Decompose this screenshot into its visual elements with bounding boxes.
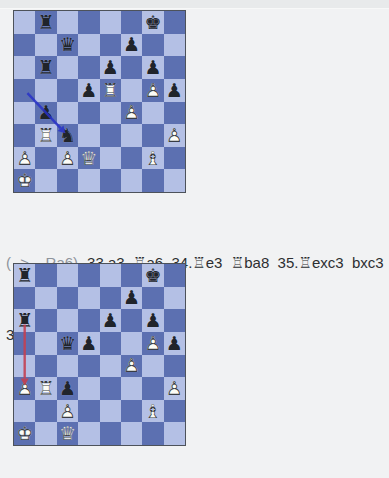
square-h2[interactable] bbox=[164, 400, 185, 423]
chess-board-1[interactable]: ♜♚♛♟♜♟♟♟♜♖♟♙♟♟♟♙♜♖♞♟♙♟♙♟♙♛♕♝♗♚♔ bbox=[13, 10, 186, 193]
square-c3[interactable]: ♟ bbox=[57, 377, 78, 400]
piece-white-pawn-f4[interactable]: ♟♙ bbox=[121, 355, 142, 378]
square-g2[interactable]: ♝♗ bbox=[142, 400, 163, 423]
square-c7[interactable]: ♛ bbox=[57, 34, 78, 57]
square-c2[interactable]: ♟♙ bbox=[57, 147, 78, 170]
piece-black-queen-c5[interactable]: ♛ bbox=[57, 332, 78, 355]
square-c6[interactable] bbox=[57, 56, 78, 79]
square-f8[interactable] bbox=[121, 11, 142, 34]
square-h2[interactable] bbox=[164, 147, 185, 170]
square-b1[interactable] bbox=[35, 169, 56, 192]
square-h1[interactable] bbox=[164, 422, 185, 445]
square-f3[interactable] bbox=[121, 124, 142, 147]
piece-white-pawn-h3[interactable]: ♟♙ bbox=[164, 377, 185, 400]
square-d1[interactable] bbox=[78, 422, 99, 445]
piece-black-pawn-h5[interactable]: ♟ bbox=[164, 332, 185, 355]
piece-white-queen-c1[interactable]: ♛♕ bbox=[57, 422, 78, 445]
square-b3[interactable]: ♜♖ bbox=[35, 124, 56, 147]
square-h7[interactable] bbox=[164, 34, 185, 57]
piece-white-pawn-a3[interactable]: ♟♙ bbox=[14, 377, 35, 400]
square-e3[interactable] bbox=[100, 124, 121, 147]
square-c6[interactable] bbox=[57, 309, 78, 332]
square-c1[interactable]: ♛♕ bbox=[57, 422, 78, 445]
square-b4[interactable]: ♟ bbox=[35, 102, 56, 125]
piece-white-bishop-g2[interactable]: ♝♗ bbox=[142, 147, 163, 170]
piece-black-pawn-f7[interactable]: ♟ bbox=[121, 287, 142, 310]
square-d4[interactable] bbox=[78, 102, 99, 125]
square-f4[interactable]: ♟♙ bbox=[121, 355, 142, 378]
square-e7[interactable] bbox=[100, 287, 121, 310]
square-h8[interactable] bbox=[164, 264, 185, 287]
chess-board-2[interactable]: ♜♚♟♜♟♟♛♟♟♙♟♟♙♟♙♜♖♟♟♙♟♙♝♗♚♔♛♕ bbox=[13, 263, 186, 446]
square-g6[interactable]: ♟ bbox=[142, 56, 163, 79]
piece-white-pawn-g5[interactable]: ♟♙ bbox=[142, 332, 163, 355]
square-g1[interactable] bbox=[142, 169, 163, 192]
piece-black-rook-b8[interactable]: ♜ bbox=[35, 11, 56, 34]
square-d5[interactable]: ♟ bbox=[78, 79, 99, 102]
square-d8[interactable] bbox=[78, 11, 99, 34]
square-f3[interactable] bbox=[121, 377, 142, 400]
square-h6[interactable] bbox=[164, 56, 185, 79]
piece-white-pawn-h3[interactable]: ♟♙ bbox=[164, 124, 185, 147]
square-d3[interactable] bbox=[78, 377, 99, 400]
piece-black-pawn-d5[interactable]: ♟ bbox=[78, 332, 99, 355]
square-h5[interactable]: ♟ bbox=[164, 79, 185, 102]
diagram-1-grid: ♜♚♛♟♜♟♟♟♜♖♟♙♟♟♟♙♜♖♞♟♙♟♙♟♙♛♕♝♗♚♔ bbox=[14, 11, 185, 192]
square-g8[interactable]: ♚ bbox=[142, 11, 163, 34]
square-h4[interactable] bbox=[164, 102, 185, 125]
square-e1[interactable] bbox=[100, 422, 121, 445]
square-f5[interactable] bbox=[121, 79, 142, 102]
square-a4[interactable] bbox=[14, 355, 35, 378]
piece-white-bishop-g2[interactable]: ♝♗ bbox=[142, 400, 163, 423]
diagram-2-grid: ♜♚♟♜♟♟♛♟♟♙♟♟♙♟♙♜♖♟♟♙♟♙♝♗♚♔♛♕ bbox=[14, 264, 185, 445]
notation-block-bottom: 37.♔a2 ♕c4 38.♔a1 bbox=[6, 456, 384, 478]
square-g3[interactable] bbox=[142, 377, 163, 400]
square-a1[interactable]: ♚♔ bbox=[14, 422, 35, 445]
square-c4[interactable] bbox=[57, 102, 78, 125]
square-h3[interactable]: ♟♙ bbox=[164, 124, 185, 147]
square-g3[interactable] bbox=[142, 124, 163, 147]
square-g4[interactable] bbox=[142, 355, 163, 378]
square-c7[interactable] bbox=[57, 287, 78, 310]
piece-black-knight-c3[interactable]: ♞ bbox=[57, 124, 78, 147]
square-b6[interactable] bbox=[35, 309, 56, 332]
piece-black-pawn-e6[interactable]: ♟ bbox=[100, 56, 121, 79]
square-c4[interactable] bbox=[57, 355, 78, 378]
square-d7[interactable] bbox=[78, 287, 99, 310]
square-e2[interactable] bbox=[100, 147, 121, 170]
square-a3[interactable]: ♟♙ bbox=[14, 377, 35, 400]
piece-white-rook-b3[interactable]: ♜♖ bbox=[35, 377, 56, 400]
square-b5[interactable] bbox=[35, 79, 56, 102]
square-a2[interactable] bbox=[14, 400, 35, 423]
square-b2[interactable] bbox=[35, 400, 56, 423]
square-e6[interactable]: ♟ bbox=[100, 56, 121, 79]
square-g8[interactable]: ♚ bbox=[142, 264, 163, 287]
square-d1[interactable] bbox=[78, 169, 99, 192]
square-b4[interactable] bbox=[35, 355, 56, 378]
square-d2[interactable]: ♛♕ bbox=[78, 147, 99, 170]
square-c1[interactable] bbox=[57, 169, 78, 192]
square-b2[interactable] bbox=[35, 147, 56, 170]
square-f7[interactable]: ♟ bbox=[121, 287, 142, 310]
square-a4[interactable] bbox=[14, 102, 35, 125]
piece-black-queen-c7[interactable]: ♛ bbox=[57, 34, 78, 57]
piece-white-pawn-c2[interactable]: ♟♙ bbox=[57, 400, 78, 423]
square-h1[interactable] bbox=[164, 169, 185, 192]
square-d8[interactable] bbox=[78, 264, 99, 287]
square-g5[interactable]: ♟♙ bbox=[142, 332, 163, 355]
top-separator bbox=[0, 0, 389, 9]
square-e2[interactable] bbox=[100, 400, 121, 423]
piece-white-rook-e5[interactable]: ♜♖ bbox=[100, 79, 121, 102]
square-h6[interactable] bbox=[164, 309, 185, 332]
square-e6[interactable]: ♟ bbox=[100, 309, 121, 332]
square-d6[interactable] bbox=[78, 309, 99, 332]
square-a3[interactable] bbox=[14, 124, 35, 147]
square-g5[interactable]: ♟♙ bbox=[142, 79, 163, 102]
square-b8[interactable]: ♜ bbox=[35, 11, 56, 34]
square-c5[interactable]: ♛ bbox=[57, 332, 78, 355]
square-e7[interactable] bbox=[100, 34, 121, 57]
square-g2[interactable]: ♝♗ bbox=[142, 147, 163, 170]
piece-black-pawn-h5[interactable]: ♟ bbox=[164, 79, 185, 102]
piece-black-rook-a8[interactable]: ♜ bbox=[14, 264, 35, 287]
square-g7[interactable] bbox=[142, 34, 163, 57]
square-f2[interactable] bbox=[121, 147, 142, 170]
square-g6[interactable]: ♟ bbox=[142, 309, 163, 332]
square-c8[interactable] bbox=[57, 11, 78, 34]
square-b6[interactable]: ♜ bbox=[35, 56, 56, 79]
square-c2[interactable]: ♟♙ bbox=[57, 400, 78, 423]
square-e8[interactable] bbox=[100, 264, 121, 287]
piece-black-pawn-g6[interactable]: ♟ bbox=[142, 309, 163, 332]
square-b8[interactable] bbox=[35, 264, 56, 287]
square-d3[interactable] bbox=[78, 124, 99, 147]
piece-black-king-g8[interactable]: ♚ bbox=[142, 11, 163, 34]
piece-black-pawn-e6[interactable]: ♟ bbox=[100, 309, 121, 332]
square-e8[interactable] bbox=[100, 11, 121, 34]
square-e4[interactable] bbox=[100, 102, 121, 125]
square-f2[interactable] bbox=[121, 400, 142, 423]
square-a5[interactable] bbox=[14, 79, 35, 102]
square-a7[interactable] bbox=[14, 287, 35, 310]
square-h3[interactable]: ♟♙ bbox=[164, 377, 185, 400]
square-b7[interactable] bbox=[35, 34, 56, 57]
square-e5[interactable]: ♜♖ bbox=[100, 79, 121, 102]
square-c3[interactable]: ♞ bbox=[57, 124, 78, 147]
square-f6[interactable] bbox=[121, 56, 142, 79]
piece-white-queen-d2[interactable]: ♛♕ bbox=[78, 147, 99, 170]
square-f4[interactable]: ♟♙ bbox=[121, 102, 142, 125]
piece-black-pawn-f7[interactable]: ♟ bbox=[121, 34, 142, 57]
square-a5[interactable] bbox=[14, 332, 35, 355]
square-d7[interactable] bbox=[78, 34, 99, 57]
square-b7[interactable] bbox=[35, 287, 56, 310]
piece-black-rook-b6[interactable]: ♜ bbox=[35, 56, 56, 79]
square-b1[interactable] bbox=[35, 422, 56, 445]
square-h8[interactable] bbox=[164, 11, 185, 34]
square-e3[interactable] bbox=[100, 377, 121, 400]
square-f7[interactable]: ♟ bbox=[121, 34, 142, 57]
square-a6[interactable] bbox=[14, 56, 35, 79]
square-h5[interactable]: ♟ bbox=[164, 332, 185, 355]
square-f5[interactable] bbox=[121, 332, 142, 355]
square-d5[interactable]: ♟ bbox=[78, 332, 99, 355]
square-a1[interactable]: ♚♔ bbox=[14, 169, 35, 192]
square-a2[interactable]: ♟♙ bbox=[14, 147, 35, 170]
piece-white-pawn-g5[interactable]: ♟♙ bbox=[142, 79, 163, 102]
square-f1[interactable] bbox=[121, 422, 142, 445]
square-a6[interactable]: ♜ bbox=[14, 309, 35, 332]
square-d6[interactable] bbox=[78, 56, 99, 79]
square-d4[interactable] bbox=[78, 355, 99, 378]
piece-white-king-a1[interactable]: ♚♔ bbox=[14, 422, 35, 445]
piece-black-pawn-b4[interactable]: ♟ bbox=[35, 102, 56, 125]
square-b3[interactable]: ♜♖ bbox=[35, 377, 56, 400]
piece-black-pawn-d5[interactable]: ♟ bbox=[78, 79, 99, 102]
square-g4[interactable] bbox=[142, 102, 163, 125]
square-g7[interactable] bbox=[142, 287, 163, 310]
square-c5[interactable] bbox=[57, 79, 78, 102]
piece-white-pawn-c2[interactable]: ♟♙ bbox=[57, 147, 78, 170]
square-b5[interactable] bbox=[35, 332, 56, 355]
piece-black-king-g8[interactable]: ♚ bbox=[142, 264, 163, 287]
square-h7[interactable] bbox=[164, 287, 185, 310]
square-h4[interactable] bbox=[164, 355, 185, 378]
square-a8[interactable]: ♜ bbox=[14, 264, 35, 287]
piece-black-pawn-c3[interactable]: ♟ bbox=[57, 377, 78, 400]
square-d2[interactable] bbox=[78, 400, 99, 423]
square-f8[interactable] bbox=[121, 264, 142, 287]
piece-white-king-a1[interactable]: ♚♔ bbox=[14, 169, 35, 192]
square-e5[interactable] bbox=[100, 332, 121, 355]
square-f1[interactable] bbox=[121, 169, 142, 192]
piece-black-rook-a6[interactable]: ♜ bbox=[14, 309, 35, 332]
square-c8[interactable] bbox=[57, 264, 78, 287]
square-a7[interactable] bbox=[14, 34, 35, 57]
square-g1[interactable] bbox=[142, 422, 163, 445]
piece-white-rook-b3[interactable]: ♜♖ bbox=[35, 124, 56, 147]
chess-replay-page: ♜♚♛♟♜♟♟♟♜♖♟♙♟♟♟♙♜♖♞♟♙♟♙♟♙♛♕♝♗♚♔ ( -> ...… bbox=[0, 0, 389, 478]
piece-black-pawn-g6[interactable]: ♟ bbox=[142, 56, 163, 79]
piece-white-pawn-a2[interactable]: ♟♙ bbox=[14, 147, 35, 170]
square-a8[interactable] bbox=[14, 11, 35, 34]
square-e4[interactable] bbox=[100, 355, 121, 378]
square-e1[interactable] bbox=[100, 169, 121, 192]
piece-white-pawn-f4[interactable]: ♟♙ bbox=[121, 102, 142, 125]
square-f6[interactable] bbox=[121, 309, 142, 332]
